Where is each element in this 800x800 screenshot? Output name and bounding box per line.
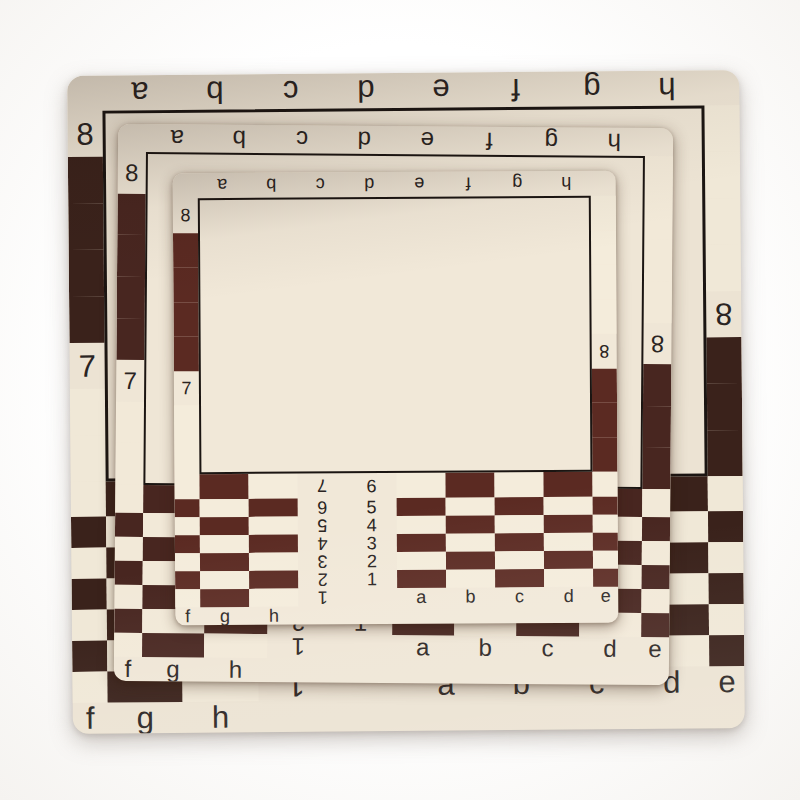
inner-square-b6[interactable]	[445, 472, 494, 497]
inner-margin-corner	[591, 171, 616, 196]
inner-square-d7[interactable]	[174, 440, 199, 475]
outer-file-label-top-e: e	[403, 72, 479, 108]
inner-file-label-bottom-d: d	[544, 587, 593, 605]
middle-file-label-top-b: b	[208, 125, 271, 153]
inner-square-a6[interactable]	[396, 473, 445, 498]
outer-square-f8[interactable]	[69, 250, 104, 297]
outer-file-label-bottom-g: g	[108, 702, 184, 734]
inner-square-e5[interactable]	[593, 497, 618, 515]
inner-square-d3[interactable]	[544, 533, 593, 551]
inner-square-b1[interactable]	[446, 569, 495, 587]
outer-square-b8[interactable]	[68, 157, 103, 204]
middle-file-label-bottom-d: d	[579, 636, 642, 660]
inner-square-c5[interactable]	[494, 497, 543, 515]
inner-square-c8[interactable]	[591, 230, 616, 265]
outer-square-e6[interactable]	[708, 476, 743, 511]
middle-square-g8[interactable]	[644, 281, 672, 323]
inner-file-label-top-e: e	[394, 172, 443, 197]
inner-square-h6[interactable]	[249, 499, 298, 517]
inner-square-e6[interactable]	[592, 472, 617, 497]
inner-square-a3[interactable]	[396, 534, 445, 552]
outer-square-d7[interactable]	[70, 435, 105, 482]
inner-square-d6[interactable]	[543, 472, 592, 497]
middle-square-c7[interactable]	[643, 406, 671, 448]
outer-square-e7[interactable]	[707, 430, 742, 477]
inner-file-label-bottom-g: g	[200, 607, 249, 625]
middle-file-label-bottom-f: f	[114, 657, 142, 681]
outer-file-label-top-a: a	[102, 75, 178, 111]
middle-file-label-bottom-e: e	[641, 637, 669, 661]
middle-file-label-bottom-g: g	[142, 657, 205, 681]
inner-square-f4[interactable]	[175, 535, 200, 553]
outer-file-label-bottom-h: h	[183, 701, 259, 733]
inner-square-c4[interactable]	[494, 515, 543, 533]
inner-square-c1[interactable]	[495, 569, 544, 587]
middle-square-b7[interactable]	[116, 402, 144, 444]
inner-square-c7[interactable]	[592, 403, 617, 438]
outer-square-c8[interactable]	[705, 151, 740, 198]
inner-margin-corner	[348, 588, 397, 606]
outer-square-g8[interactable]	[706, 244, 741, 291]
inner-rank-label-left-8: 8	[173, 198, 198, 233]
outer-file-label-bottom-e: e	[709, 666, 744, 697]
outer-margin-corner	[67, 76, 102, 111]
outer-margin-corner	[704, 70, 739, 105]
outer-square-e5[interactable]	[708, 511, 743, 542]
inner-square-h1[interactable]	[249, 589, 298, 607]
inner-rank-label-right-7: 7	[298, 473, 347, 498]
inner-file-label-top-h: h	[541, 171, 590, 196]
middle-margin-corner	[645, 128, 673, 156]
outer-square-e3[interactable]	[709, 573, 744, 604]
inner-square-a7[interactable]	[592, 368, 617, 403]
inner-square-d2[interactable]	[544, 551, 593, 569]
middle-margin-corner	[329, 635, 392, 659]
middle-file-label-top-g: g	[520, 127, 583, 155]
inner-square-a5[interactable]	[396, 498, 445, 516]
inner-rank-label-right-5: 5	[298, 516, 347, 534]
inner-rank-label-left-6: 6	[347, 473, 396, 498]
middle-file-label-top-h: h	[583, 127, 646, 155]
inner-rank-label-right-6: 6	[298, 498, 347, 516]
middle-file-label-top-c: c	[271, 125, 334, 153]
middle-file-label-top-a: a	[146, 124, 209, 152]
outer-square-f7[interactable]	[71, 482, 106, 517]
middle-square-d8[interactable]	[117, 235, 145, 277]
outer-rank-label-left-7: 7	[69, 343, 104, 390]
middle-square-h8[interactable]	[116, 318, 144, 360]
middle-square-e5[interactable]	[642, 517, 670, 541]
middle-square-d7[interactable]	[115, 443, 143, 485]
middle-square-f4[interactable]	[115, 561, 143, 585]
outer-square-f4[interactable]	[72, 579, 107, 610]
inner-rank-label-left-1: 1	[347, 570, 396, 588]
inner-file-label-top-b: b	[247, 173, 296, 198]
middle-rank-label-right-8: 8	[643, 322, 671, 364]
inner-rank-label-left-5: 5	[347, 498, 396, 516]
inner-file-label-bottom-f: f	[175, 607, 200, 625]
inner-square-b7[interactable]	[174, 405, 199, 440]
inner-square-f2[interactable]	[175, 571, 200, 589]
outer-square-b7[interactable]	[70, 389, 105, 436]
inner-square-b4[interactable]	[445, 515, 494, 533]
inner-margin-corner	[173, 173, 198, 198]
inner-rank-label-left-4: 4	[347, 516, 396, 534]
inner-square-a8[interactable]	[591, 196, 616, 231]
middle-square-e3[interactable]	[642, 565, 670, 589]
inner-file-label-top-a: a	[198, 173, 247, 198]
middle-square-f6[interactable]	[115, 513, 143, 537]
middle-square-f2[interactable]	[114, 609, 142, 633]
middle-rank-label-right-1: 1	[267, 634, 330, 658]
outer-square-e4[interactable]	[708, 542, 743, 573]
inner-file-label-top-c: c	[296, 172, 345, 197]
outer-file-label-top-b: b	[177, 74, 253, 110]
inner-file-label-bottom-e: e	[593, 587, 618, 605]
middle-square-e4[interactable]	[642, 541, 670, 565]
inner-square-b8[interactable]	[173, 233, 198, 268]
outer-square-f3[interactable]	[72, 610, 107, 641]
middle-file-label-bottom-b: b	[454, 635, 517, 659]
outer-margin-corner	[258, 701, 334, 733]
inner-file-label-bottom-a: a	[397, 588, 446, 606]
inner-square-g6[interactable]	[200, 499, 249, 517]
outer-square-f1[interactable]	[72, 672, 107, 703]
inner-file-label-bottom-h: h	[249, 607, 298, 625]
inner-square-g2[interactable]	[200, 571, 249, 589]
inner-square-f3[interactable]	[175, 553, 200, 571]
outer-square-e8[interactable]	[705, 198, 740, 245]
inner-rank-label-left-3: 3	[347, 534, 396, 552]
middle-square-a8[interactable]	[645, 156, 673, 198]
outer-file-label-top-c: c	[253, 74, 329, 110]
inner-square-g7[interactable]	[199, 474, 248, 499]
inner-square-f8[interactable]	[173, 302, 198, 337]
inner-square-g4[interactable]	[200, 535, 249, 553]
inner-square-f5[interactable]	[175, 517, 200, 535]
outer-square-f6[interactable]	[71, 517, 106, 548]
inner-square-h8[interactable]	[174, 336, 199, 371]
middle-square-f5[interactable]	[115, 537, 143, 561]
inner-square-g8[interactable]	[591, 299, 616, 334]
inner-rank-label-right-8: 8	[592, 334, 617, 369]
inner-file-label-top-g: g	[492, 171, 541, 196]
inner-board-grid: abcdefgh8877665544332211abcdefgh	[173, 171, 619, 626]
inner-square-d5[interactable]	[543, 497, 592, 515]
middle-square-e2[interactable]	[641, 589, 669, 613]
outer-square-e1[interactable]	[709, 635, 744, 666]
middle-square-a7[interactable]	[643, 364, 671, 406]
inner-square-e1[interactable]	[593, 569, 618, 587]
inner-square-g3[interactable]	[200, 553, 249, 571]
middle-margin-corner	[118, 124, 146, 152]
outer-file-label-top-g: g	[554, 71, 630, 107]
outer-rank-label-left-8: 8	[67, 111, 102, 158]
inner-square-g1[interactable]	[200, 589, 249, 607]
middle-file-label-top-d: d	[333, 126, 396, 154]
outer-square-a7[interactable]	[706, 337, 741, 384]
inner-square-g5[interactable]	[200, 517, 249, 535]
outer-file-label-top-d: d	[328, 73, 404, 109]
middle-square-e7[interactable]	[642, 447, 670, 489]
middle-file-label-bottom-a: a	[392, 635, 455, 659]
inner-square-d1[interactable]	[544, 569, 593, 587]
middle-square-b8[interactable]	[117, 193, 145, 235]
middle-square-g1[interactable]	[142, 633, 205, 657]
outer-rank-label-right-8: 8	[706, 291, 741, 338]
inner-square-e3[interactable]	[593, 533, 618, 551]
inner-file-label-top-f: f	[443, 171, 492, 196]
outer-square-c7[interactable]	[707, 383, 742, 430]
outer-square-a8[interactable]	[704, 105, 739, 152]
inner-square-b2[interactable]	[446, 551, 495, 569]
middle-square-h1[interactable]	[204, 634, 267, 658]
inner-square-e4[interactable]	[593, 515, 618, 533]
middle-square-f3[interactable]	[114, 585, 142, 609]
inner-square-a1[interactable]	[397, 570, 446, 588]
inner-square-c2[interactable]	[495, 551, 544, 569]
inner-square-h5[interactable]	[249, 517, 298, 535]
inner-file-label-bottom-c: c	[495, 587, 544, 605]
outer-square-h8[interactable]	[69, 296, 104, 343]
inner-square-b3[interactable]	[445, 533, 494, 551]
inner-square-d8[interactable]	[173, 267, 198, 302]
inner-rank-label-left-7: 7	[174, 371, 199, 406]
middle-square-e6[interactable]	[642, 489, 670, 517]
middle-square-f1[interactable]	[114, 633, 142, 657]
inner-file-label-top-d: d	[345, 172, 394, 197]
inner-square-a2[interactable]	[396, 552, 445, 570]
middle-square-f8[interactable]	[117, 277, 145, 319]
inner-square-e7[interactable]	[592, 437, 617, 472]
middle-file-label-bottom-c: c	[516, 636, 579, 660]
inner-square-h4[interactable]	[249, 535, 298, 553]
outer-square-e2[interactable]	[709, 604, 744, 635]
outer-square-d8[interactable]	[68, 203, 103, 250]
inner-square-e8[interactable]	[591, 265, 616, 300]
inner-square-f1[interactable]	[175, 589, 200, 607]
inner-margin-corner	[299, 606, 348, 624]
product-photo-background: abcdefgh8877665544332211abcdefgh abcdefg…	[0, 0, 800, 800]
middle-file-label-top-e: e	[395, 126, 458, 154]
inner-square-c6[interactable]	[494, 472, 543, 497]
inner-square-h3[interactable]	[249, 553, 298, 571]
middle-rank-label-left-8: 8	[118, 152, 146, 194]
middle-rank-label-left-7: 7	[116, 360, 144, 402]
middle-file-label-bottom-h: h	[204, 658, 267, 682]
inner-rank-label-left-2: 2	[347, 552, 396, 570]
inner-square-h2[interactable]	[249, 571, 298, 589]
inner-square-e2[interactable]	[593, 551, 618, 569]
inner-rank-label-right-3: 3	[298, 552, 347, 570]
inner-square-h7[interactable]	[249, 474, 298, 499]
inner-file-label-bottom-b: b	[446, 587, 495, 605]
inner-square-c3[interactable]	[495, 533, 544, 551]
inner-playing-area-border	[198, 196, 593, 474]
chessboard-mat-inner: abcdefgh8877665544332211abcdefgh	[173, 171, 619, 626]
inner-rank-label-right-4: 4	[298, 534, 347, 552]
inner-square-d4[interactable]	[544, 515, 593, 533]
middle-square-c8[interactable]	[644, 198, 672, 240]
inner-rank-label-right-1: 1	[298, 588, 347, 606]
middle-margin-corner	[267, 658, 330, 682]
inner-rank-label-right-2: 2	[298, 570, 347, 588]
outer-file-label-top-f: f	[478, 72, 554, 108]
outer-file-label-bottom-f: f	[73, 703, 108, 734]
outer-square-f2[interactable]	[72, 641, 107, 672]
inner-square-f6[interactable]	[175, 499, 200, 517]
middle-file-label-top-f: f	[458, 126, 521, 154]
middle-square-f7[interactable]	[115, 485, 143, 513]
inner-square-a4[interactable]	[396, 516, 445, 534]
middle-square-e8[interactable]	[644, 239, 672, 281]
middle-square-e1[interactable]	[641, 613, 669, 637]
inner-square-f7[interactable]	[174, 474, 199, 499]
outer-file-label-top-h: h	[629, 70, 705, 106]
outer-square-f5[interactable]	[71, 548, 106, 579]
inner-square-b5[interactable]	[445, 497, 494, 515]
